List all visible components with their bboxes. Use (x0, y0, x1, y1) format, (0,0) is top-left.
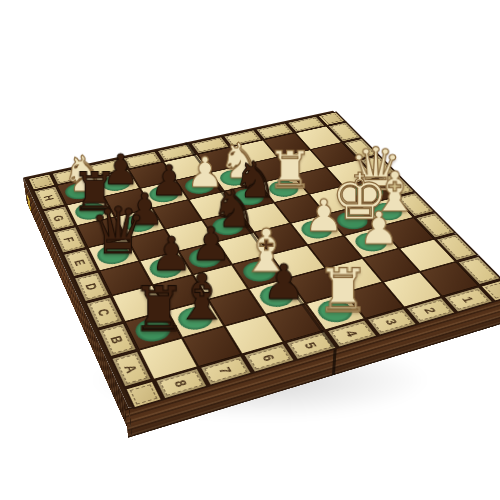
rank-label-text: 1 (448, 285, 490, 314)
green-felt-base (120, 211, 160, 235)
green-felt-base (145, 254, 188, 281)
green-felt-base (93, 241, 134, 267)
green-felt-base (184, 245, 227, 271)
square-e6 (165, 220, 217, 251)
square-d5 (217, 232, 270, 264)
hinge-seam-side (332, 348, 337, 376)
green-felt-base (237, 258, 281, 285)
square-c1 (379, 217, 434, 248)
green-felt-base (296, 217, 339, 242)
product-photo-scene: H♞♟G♜♟♟♞F♟♞♜E♛♞♛D♟♟♟♚♝C♝♟B♜♝♟A♜87654321 (0, 0, 500, 500)
